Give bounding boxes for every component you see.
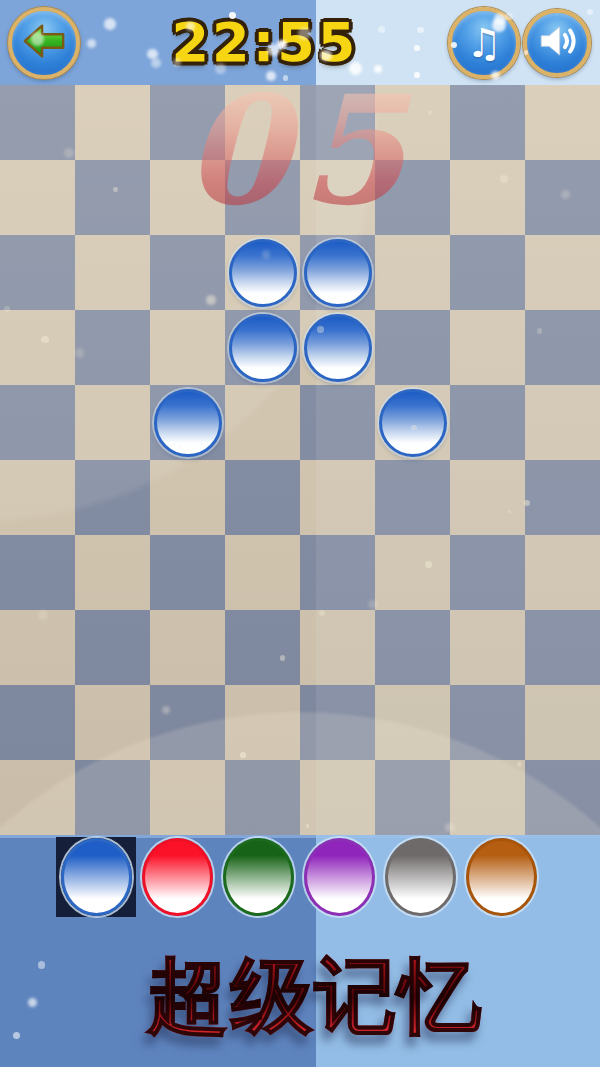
header-bar: 22:55 ♫	[0, 0, 600, 86]
board-cell-r4c0[interactable]	[0, 385, 75, 460]
back-arrow-icon	[21, 18, 67, 68]
board-cell-r0c5[interactable]	[375, 85, 450, 160]
board-cell-r2c5[interactable]	[375, 235, 450, 310]
board-cell-r5c5[interactable]	[375, 460, 450, 535]
board-cell-r3c6[interactable]	[450, 310, 525, 385]
board-cell-r3c7[interactable]	[525, 310, 600, 385]
board-cell-r0c2[interactable]	[150, 85, 225, 160]
green-ball-icon	[223, 838, 294, 916]
palette-color-green[interactable]	[218, 837, 298, 917]
board-cell-r3c2[interactable]	[150, 310, 225, 385]
board-cell-r1c7[interactable]	[525, 160, 600, 235]
board-cell-r8c7[interactable]	[525, 685, 600, 760]
blue-piece[interactable]	[154, 389, 222, 457]
speaker-icon	[536, 20, 578, 66]
blue-piece[interactable]	[304, 239, 372, 307]
palette-color-orange[interactable]	[461, 837, 541, 917]
board-cell-r8c0[interactable]	[0, 685, 75, 760]
color-palette	[56, 837, 541, 917]
board-cell-r8c6[interactable]	[450, 685, 525, 760]
board-cell-r1c5[interactable]	[375, 160, 450, 235]
board	[0, 85, 600, 835]
board-cell-r9c2[interactable]	[150, 760, 225, 835]
board-cell-r7c3[interactable]	[225, 610, 300, 685]
board-cell-r7c2[interactable]	[150, 610, 225, 685]
board-cell-r9c0[interactable]	[0, 760, 75, 835]
board-cell-r0c6[interactable]	[450, 85, 525, 160]
board-cell-r7c4[interactable]	[300, 610, 375, 685]
board-cell-r4c1[interactable]	[75, 385, 150, 460]
board-cell-r9c7[interactable]	[525, 760, 600, 835]
board-cell-r6c0[interactable]	[0, 535, 75, 610]
board-cell-r7c1[interactable]	[75, 610, 150, 685]
board-cell-r1c2[interactable]	[150, 160, 225, 235]
board-cell-r2c6[interactable]	[450, 235, 525, 310]
board-cell-r1c1[interactable]	[75, 160, 150, 235]
board-cell-r7c6[interactable]	[450, 610, 525, 685]
blue-piece[interactable]	[229, 314, 297, 382]
board-cell-r7c0[interactable]	[0, 610, 75, 685]
board-cell-r0c0[interactable]	[0, 85, 75, 160]
board-cell-r3c0[interactable]	[0, 310, 75, 385]
board-cell-r3c1[interactable]	[75, 310, 150, 385]
board-cell-r4c7[interactable]	[525, 385, 600, 460]
board-cell-r1c4[interactable]	[300, 160, 375, 235]
board-cell-r5c3[interactable]	[225, 460, 300, 535]
board-cell-r5c6[interactable]	[450, 460, 525, 535]
timer: 22:55	[155, 0, 375, 85]
board-cell-r1c0[interactable]	[0, 160, 75, 235]
palette-color-red[interactable]	[137, 837, 217, 917]
board-cell-r6c1[interactable]	[75, 535, 150, 610]
palette-color-purple[interactable]	[299, 837, 379, 917]
board-cell-r9c3[interactable]	[225, 760, 300, 835]
music-button[interactable]: ♫	[448, 7, 520, 79]
board-cell-r5c4[interactable]	[300, 460, 375, 535]
board-cell-r6c6[interactable]	[450, 535, 525, 610]
palette-color-gray[interactable]	[380, 837, 460, 917]
board-cell-r9c1[interactable]	[75, 760, 150, 835]
red-ball-icon	[142, 838, 213, 916]
board-cell-r5c7[interactable]	[525, 460, 600, 535]
game-screen: 22:55 ♫ 05 超级记忆	[0, 0, 600, 1067]
sound-button[interactable]	[523, 9, 591, 77]
gray-ball-icon	[385, 838, 456, 916]
board-cell-r4c4[interactable]	[300, 385, 375, 460]
board-cell-r8c2[interactable]	[150, 685, 225, 760]
blue-piece[interactable]	[229, 239, 297, 307]
board-cell-r5c1[interactable]	[75, 460, 150, 535]
board-cell-r5c2[interactable]	[150, 460, 225, 535]
board-cell-r4c3[interactable]	[225, 385, 300, 460]
board-cell-r8c4[interactable]	[300, 685, 375, 760]
board-cell-r1c6[interactable]	[450, 160, 525, 235]
board-cell-r0c3[interactable]	[225, 85, 300, 160]
board-cell-r2c7[interactable]	[525, 235, 600, 310]
board-cell-r3c5[interactable]	[375, 310, 450, 385]
board-cell-r9c4[interactable]	[300, 760, 375, 835]
board-cell-r6c7[interactable]	[525, 535, 600, 610]
orange-ball-icon	[466, 838, 537, 916]
board-cell-r8c1[interactable]	[75, 685, 150, 760]
board-cell-r2c2[interactable]	[150, 235, 225, 310]
board-cell-r0c4[interactable]	[300, 85, 375, 160]
back-button[interactable]	[8, 7, 80, 79]
board-cell-r1c3[interactable]	[225, 160, 300, 235]
board-cell-r6c5[interactable]	[375, 535, 450, 610]
purple-ball-icon	[304, 838, 375, 916]
board-cell-r6c4[interactable]	[300, 535, 375, 610]
board-cell-r8c3[interactable]	[225, 685, 300, 760]
board-cell-r9c5[interactable]	[375, 760, 450, 835]
board-cell-r0c7[interactable]	[525, 85, 600, 160]
board-cell-r7c5[interactable]	[375, 610, 450, 685]
palette-color-blue[interactable]	[56, 837, 136, 917]
board-cell-r5c0[interactable]	[0, 460, 75, 535]
board-cell-r8c5[interactable]	[375, 685, 450, 760]
board-cell-r0c1[interactable]	[75, 85, 150, 160]
board-cell-r9c6[interactable]	[450, 760, 525, 835]
blue-piece[interactable]	[379, 389, 447, 457]
music-note-icon: ♫	[466, 23, 502, 63]
board-cell-r4c6[interactable]	[450, 385, 525, 460]
blue-ball-icon	[61, 838, 132, 916]
board-cell-r7c7[interactable]	[525, 610, 600, 685]
board-cell-r2c0[interactable]	[0, 235, 75, 310]
board-cell-r6c3[interactable]	[225, 535, 300, 610]
board-cell-r6c2[interactable]	[150, 535, 225, 610]
board-cell-r2c1[interactable]	[75, 235, 150, 310]
blue-piece[interactable]	[304, 314, 372, 382]
